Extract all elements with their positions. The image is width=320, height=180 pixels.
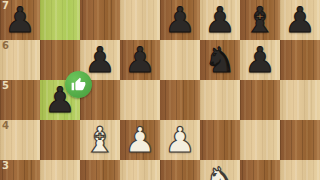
square-h4[interactable] [280,120,320,160]
square-h5[interactable] [280,80,320,120]
black-pawn-piece[interactable]: ♟ [284,0,315,40]
square-g5[interactable] [240,80,280,120]
square-b3[interactable] [40,160,80,180]
square-e6[interactable] [160,40,200,80]
square-d6[interactable]: ♟ [120,40,160,80]
rank-label-4: 4 [2,120,9,132]
black-pawn-piece[interactable]: ♟ [204,0,235,40]
square-b7[interactable] [40,0,80,40]
square-g6[interactable]: ♟ [240,40,280,80]
square-g7[interactable]: ♝ [240,0,280,40]
square-a3[interactable]: 3 [0,160,40,180]
black-knight-piece[interactable]: ♞ [204,40,235,80]
square-h6[interactable] [280,40,320,80]
square-d7[interactable] [120,0,160,40]
square-a6[interactable]: 6 [0,40,40,80]
square-b4[interactable] [40,120,80,160]
square-f3[interactable]: ♞ [200,160,240,180]
square-f6[interactable]: ♞ [200,40,240,80]
square-a5[interactable]: 5 [0,80,40,120]
square-g4[interactable] [240,120,280,160]
rank-label-5: 5 [2,80,9,92]
square-c7[interactable] [80,0,120,40]
thumbs-up-icon [71,77,86,92]
black-pawn-piece[interactable]: ♟ [124,40,155,80]
square-a4[interactable]: 4 [0,120,40,160]
square-h3[interactable] [280,160,320,180]
chessboard-viewport: 7♟♟♟♝♟6♟♟♞♟5♟4♝♟♟3♞ [0,0,320,180]
square-d5[interactable] [120,80,160,120]
square-a7[interactable]: 7♟ [0,0,40,40]
square-e5[interactable] [160,80,200,120]
rank-label-3: 3 [2,160,9,172]
black-pawn-piece[interactable]: ♟ [4,0,35,40]
white-knight-piece[interactable]: ♞ [204,160,235,180]
square-f5[interactable] [200,80,240,120]
square-f4[interactable] [200,120,240,160]
black-bishop-piece[interactable]: ♝ [244,0,275,40]
square-e3[interactable] [160,160,200,180]
black-pawn-piece[interactable]: ♟ [84,40,115,80]
good-move-badge [65,71,92,98]
white-bishop-piece[interactable]: ♝ [84,120,115,160]
square-d4[interactable]: ♟ [120,120,160,160]
square-e7[interactable]: ♟ [160,0,200,40]
square-d3[interactable] [120,160,160,180]
square-h7[interactable]: ♟ [280,0,320,40]
white-pawn-piece[interactable]: ♟ [164,120,195,160]
square-f7[interactable]: ♟ [200,0,240,40]
rank-label-6: 6 [2,40,9,52]
square-c3[interactable] [80,160,120,180]
black-pawn-piece[interactable]: ♟ [164,0,195,40]
chess-board: 7♟♟♟♝♟6♟♟♞♟5♟4♝♟♟3♞ [0,0,320,180]
square-e4[interactable]: ♟ [160,120,200,160]
black-pawn-piece[interactable]: ♟ [244,40,275,80]
square-c4[interactable]: ♝ [80,120,120,160]
square-g3[interactable] [240,160,280,180]
white-pawn-piece[interactable]: ♟ [124,120,155,160]
